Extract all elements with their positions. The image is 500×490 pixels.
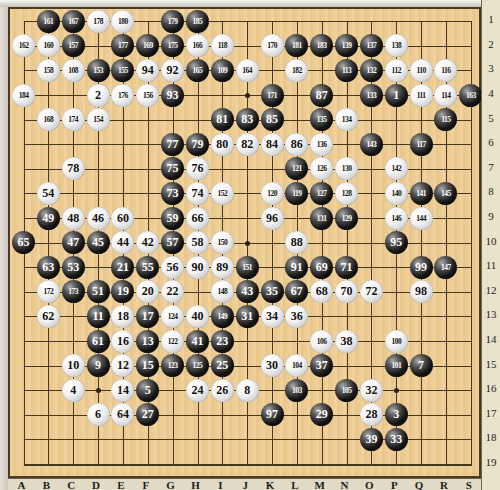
stone-42-white[interactable]: 42 [136,231,159,254]
stone-170-white[interactable]: 170 [261,34,284,57]
stone-12-white[interactable]: 12 [111,354,134,377]
stone-32-white[interactable]: 32 [360,379,383,402]
row-label-6: 6 [482,136,500,148]
stone-144-white[interactable]: 144 [410,207,433,230]
stone-61-black[interactable]: 61 [87,330,110,353]
stone-138-white[interactable]: 138 [385,34,408,57]
stone-34-white[interactable]: 34 [261,305,284,328]
stone-73-black[interactable]: 73 [161,182,184,205]
row-label-2: 2 [482,38,500,50]
stone-146-white[interactable]: 146 [385,207,408,230]
star-point [96,388,101,393]
stone-106-white[interactable]: 106 [310,330,333,353]
stone-164-white[interactable]: 164 [236,59,259,82]
stone-39-black[interactable]: 39 [360,428,383,451]
stone-178-white[interactable]: 178 [87,10,110,33]
stone-176-white[interactable]: 176 [111,84,134,107]
stone-120-white[interactable]: 120 [261,182,284,205]
stone-96-white[interactable]: 96 [261,207,284,230]
stone-59-black[interactable]: 59 [161,207,184,230]
col-label-B: B [39,479,53,490]
stone-124-white[interactable]: 124 [161,305,184,328]
stone-156-white[interactable]: 156 [136,84,159,107]
stone-14-white[interactable]: 14 [111,379,134,402]
stone-26-white[interactable]: 26 [211,379,234,402]
stone-108-white[interactable]: 108 [62,59,85,82]
row-label-11: 11 [482,259,500,271]
stone-157-black[interactable]: 157 [62,34,85,57]
stone-110-white[interactable]: 110 [410,59,433,82]
stone-55-black[interactable]: 55 [136,256,159,279]
stone-63-black[interactable]: 63 [37,256,60,279]
stone-116-white[interactable]: 116 [434,59,457,82]
stone-89-white[interactable]: 89 [211,256,234,279]
stone-154-white[interactable]: 154 [87,108,110,131]
col-label-P: P [387,479,401,490]
stone-169-black[interactable]: 169 [136,34,159,57]
stone-91-black[interactable]: 91 [285,256,308,279]
col-label-A: A [15,479,29,490]
stone-160-white[interactable]: 160 [37,34,60,57]
stone-114-white[interactable]: 114 [434,84,457,107]
window-frame-left [0,7,8,490]
stone-48-white[interactable]: 48 [62,207,85,230]
stone-105-black[interactable]: 105 [335,379,358,402]
col-label-N: N [338,479,352,490]
stone-21-black[interactable]: 21 [111,256,134,279]
stone-151-black[interactable]: 151 [236,256,259,279]
stone-90-white[interactable]: 90 [186,256,209,279]
stone-118-white[interactable]: 118 [211,34,234,57]
stone-64-white[interactable]: 64 [111,403,134,426]
stone-163-black[interactable]: 163 [459,84,482,107]
stone-103-black[interactable]: 103 [285,379,308,402]
stone-117-black[interactable]: 117 [410,133,433,156]
row-label-3: 3 [482,62,500,74]
stone-153-black[interactable]: 153 [87,59,110,82]
stone-22-white[interactable]: 22 [161,280,184,303]
stone-100-white[interactable]: 100 [385,330,408,353]
stone-72-white[interactable]: 72 [360,280,383,303]
stone-54-white[interactable]: 54 [37,182,60,205]
stone-18-white[interactable]: 18 [111,305,134,328]
row-label-1: 1 [482,13,500,25]
stone-60-white[interactable]: 60 [111,207,134,230]
stone-139-black[interactable]: 139 [335,34,358,57]
stone-152-white[interactable]: 152 [211,182,234,205]
stone-167-black[interactable]: 167 [62,10,85,33]
stone-136-white[interactable]: 136 [310,133,333,156]
stone-45-black[interactable]: 45 [87,231,110,254]
stone-23-black[interactable]: 23 [211,330,234,353]
stone-134-white[interactable]: 134 [335,108,358,131]
stone-183-black[interactable]: 183 [310,34,333,57]
stone-148-white[interactable]: 148 [211,280,234,303]
col-label-M: M [313,479,327,490]
stone-87-black[interactable]: 87 [310,84,333,107]
stone-38-white[interactable]: 38 [335,330,358,353]
star-point [394,388,399,393]
row-label-16: 16 [482,382,500,394]
stone-93-black[interactable]: 93 [161,84,184,107]
stone-133-black[interactable]: 133 [360,84,383,107]
stone-66-white[interactable]: 66 [186,207,209,230]
stone-129-black[interactable]: 129 [335,207,358,230]
row-label-15: 15 [482,358,500,370]
row-label-14: 14 [482,333,500,345]
stone-140-white[interactable]: 140 [385,182,408,205]
stone-174-white[interactable]: 174 [62,108,85,131]
stone-121-black[interactable]: 121 [285,157,308,180]
stone-97-black[interactable]: 97 [261,403,284,426]
stone-20-white[interactable]: 20 [136,280,159,303]
stone-84-white[interactable]: 84 [261,133,284,156]
stone-173-black[interactable]: 173 [62,280,85,303]
stone-36-white[interactable]: 36 [285,305,308,328]
stone-70-white[interactable]: 70 [335,280,358,303]
goban[interactable]: 1234567891011121314151617181920212223242… [8,7,481,478]
stone-2-white[interactable]: 2 [87,84,110,107]
col-label-J: J [238,479,252,490]
stone-65-black[interactable]: 65 [12,231,35,254]
go-game-diagram: 1234567891011121314151617181920212223242… [0,0,500,490]
stone-27-black[interactable]: 27 [136,403,159,426]
stone-16-white[interactable]: 16 [111,330,134,353]
stone-49-black[interactable]: 49 [37,207,60,230]
stone-149-black[interactable]: 149 [211,305,234,328]
row-label-4: 4 [482,87,500,99]
stone-147-black[interactable]: 147 [434,256,457,279]
stone-179-black[interactable]: 179 [161,10,184,33]
stone-115-black[interactable]: 115 [434,108,457,131]
col-label-H: H [188,479,202,490]
stone-29-black[interactable]: 29 [310,403,333,426]
stone-76-white[interactable]: 76 [186,157,209,180]
stone-56-white[interactable]: 56 [161,256,184,279]
stone-44-white[interactable]: 44 [111,231,134,254]
stone-37-black[interactable]: 37 [310,354,333,377]
col-label-C: C [64,479,78,490]
stone-62-white[interactable]: 62 [37,305,60,328]
col-label-R: R [437,479,451,490]
stone-40-white[interactable]: 40 [186,305,209,328]
stone-9-black[interactable]: 9 [87,354,110,377]
stone-98-white[interactable]: 98 [410,280,433,303]
stone-33-black[interactable]: 33 [385,428,408,451]
stone-119-black[interactable]: 119 [285,182,308,205]
col-label-G: G [164,479,178,490]
stone-8-white[interactable]: 8 [236,379,259,402]
stone-10-white[interactable]: 10 [62,354,85,377]
stone-80-white[interactable]: 80 [211,133,234,156]
stone-28-white[interactable]: 28 [360,403,383,426]
row-label-12: 12 [482,284,500,296]
stone-17-black[interactable]: 17 [136,305,159,328]
stone-43-black[interactable]: 43 [236,280,259,303]
stone-158-white[interactable]: 158 [37,59,60,82]
stone-77-black[interactable]: 77 [161,133,184,156]
stone-51-black[interactable]: 51 [87,280,110,303]
stone-104-white[interactable]: 104 [285,354,308,377]
stone-81-black[interactable]: 81 [211,108,234,131]
stone-101-black[interactable]: 101 [385,354,408,377]
stone-143-black[interactable]: 143 [360,133,383,156]
stone-41-black[interactable]: 41 [186,330,209,353]
row-label-13: 13 [482,308,500,320]
stone-79-black[interactable]: 79 [186,133,209,156]
row-label-8: 8 [482,185,500,197]
stone-142-white[interactable]: 142 [385,157,408,180]
stone-82-white[interactable]: 82 [236,133,259,156]
grid-line-horizontal [24,464,472,466]
col-label-F: F [139,479,153,490]
stone-86-white[interactable]: 86 [285,133,308,156]
col-label-I: I [213,479,227,490]
stone-83-black[interactable]: 83 [236,108,259,131]
stone-113-black[interactable]: 113 [335,59,358,82]
stone-180-white[interactable]: 180 [111,10,134,33]
stone-15-black[interactable]: 15 [136,354,159,377]
stone-130-white[interactable]: 130 [335,157,358,180]
stone-95-black[interactable]: 95 [385,231,408,254]
stone-168-white[interactable]: 168 [37,108,60,131]
col-label-K: K [263,479,277,490]
stone-25-black[interactable]: 25 [211,354,234,377]
stone-125-black[interactable]: 125 [186,354,209,377]
stone-24-white[interactable]: 24 [186,379,209,402]
stone-30-white[interactable]: 30 [261,354,284,377]
stone-68-white[interactable]: 68 [310,280,333,303]
star-point [245,93,250,98]
stone-1-black[interactable]: 1 [385,84,408,107]
stone-5-black[interactable]: 5 [136,379,159,402]
stone-109-black[interactable]: 109 [211,59,234,82]
stone-171-black[interactable]: 171 [261,84,284,107]
col-label-D: D [89,479,103,490]
row-label-9: 9 [482,210,500,222]
stone-185-black[interactable]: 185 [186,10,209,33]
stone-13-black[interactable]: 13 [136,330,159,353]
stone-166-white[interactable]: 166 [186,34,209,57]
stone-6-white[interactable]: 6 [87,403,110,426]
stone-137-black[interactable]: 137 [360,34,383,57]
stone-161-black[interactable]: 161 [37,10,60,33]
stone-141-black[interactable]: 141 [410,182,433,205]
stone-145-black[interactable]: 145 [434,182,457,205]
row-label-5: 5 [482,112,500,124]
stone-135-black[interactable]: 135 [310,108,333,131]
stone-7-black[interactable]: 7 [410,354,433,377]
stone-111-white[interactable]: 111 [410,84,433,107]
stone-53-black[interactable]: 53 [62,256,85,279]
row-label-7: 7 [482,161,500,173]
col-label-S: S [462,479,476,490]
stone-131-black[interactable]: 131 [310,207,333,230]
stone-71-black[interactable]: 71 [335,256,358,279]
stone-78-white[interactable]: 78 [62,157,85,180]
stone-69-black[interactable]: 69 [310,256,333,279]
window-frame-top [0,0,500,7]
stone-57-black[interactable]: 57 [161,231,184,254]
stone-92-white[interactable]: 92 [161,59,184,82]
stone-128-white[interactable]: 128 [335,182,358,205]
stone-150-white[interactable]: 150 [211,231,234,254]
row-label-17: 17 [482,407,500,419]
stone-155-black[interactable]: 155 [111,59,134,82]
stone-47-black[interactable]: 47 [62,231,85,254]
stone-177-black[interactable]: 177 [111,34,134,57]
col-label-L: L [288,479,302,490]
stone-4-white[interactable]: 4 [62,379,85,402]
stone-46-white[interactable]: 46 [87,207,110,230]
stone-175-black[interactable]: 175 [161,34,184,57]
stone-165-black[interactable]: 165 [186,59,209,82]
col-label-O: O [362,479,376,490]
col-label-E: E [114,479,128,490]
stone-123-black[interactable]: 123 [161,354,184,377]
stone-181-black[interactable]: 181 [285,34,308,57]
stone-122-white[interactable]: 122 [161,330,184,353]
stone-127-black[interactable]: 127 [310,182,333,205]
stone-85-black[interactable]: 85 [261,108,284,131]
stone-19-black[interactable]: 19 [111,280,134,303]
stone-112-white[interactable]: 112 [385,59,408,82]
row-label-10: 10 [482,235,500,247]
stone-74-white[interactable]: 74 [186,182,209,205]
stone-132-black[interactable]: 132 [360,59,383,82]
stone-172-white[interactable]: 172 [37,280,60,303]
star-point [245,241,250,246]
stone-184-white[interactable]: 184 [12,84,35,107]
stone-126-white[interactable]: 126 [310,157,333,180]
stone-162-white[interactable]: 162 [12,34,35,57]
stone-182-white[interactable]: 182 [285,59,308,82]
stone-75-black[interactable]: 75 [161,157,184,180]
stone-35-black[interactable]: 35 [261,280,284,303]
row-label-19: 19 [482,456,500,468]
stone-88-white[interactable]: 88 [285,231,308,254]
col-label-Q: Q [412,479,426,490]
stone-94-white[interactable]: 94 [136,59,159,82]
stone-11-black[interactable]: 11 [87,305,110,328]
stone-99-black[interactable]: 99 [410,256,433,279]
stone-31-black[interactable]: 31 [236,305,259,328]
stone-58-white[interactable]: 58 [186,231,209,254]
stone-3-black[interactable]: 3 [385,403,408,426]
row-label-18: 18 [482,431,500,443]
stone-67-black[interactable]: 67 [285,280,308,303]
